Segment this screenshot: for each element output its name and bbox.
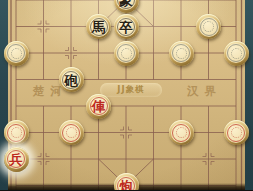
piece-red-chariot[interactable]: 俥 [86,94,111,119]
piece-black-horse[interactable]: 馬 [86,14,111,39]
piece-red-soldier[interactable]: 兵 [4,147,29,172]
piece-face [116,43,136,63]
piece-face [171,43,191,63]
piece-red-cannon[interactable]: 炮 [114,173,139,190]
piece-black-hidden[interactable] [169,41,194,66]
piece-character: 炮 [119,179,133,190]
piece-face: 俥 [89,96,109,116]
xiangqi-board-screen: 楚河 汉界 JJ象棋 象馬卒砲俥兵炮 [0,0,253,190]
piece-face: 炮 [116,176,136,191]
piece-character: 卒 [119,20,133,34]
app-watermark-pill: JJ象棋 [100,83,162,97]
piece-face [226,43,246,63]
piece-face: 兵 [6,149,26,169]
piece-character: 兵 [9,153,23,167]
right-letterbox-bar [245,0,253,190]
piece-face [199,17,219,37]
piece-face: 象 [116,0,136,10]
piece-black-cannon[interactable]: 砲 [59,67,84,92]
piece-face [6,123,26,143]
piece-red-hidden[interactable] [224,120,249,145]
piece-red-hidden[interactable] [169,120,194,145]
piece-face [171,123,191,143]
piece-face [226,123,246,143]
piece-character: 俥 [92,100,106,114]
piece-character: 馬 [92,20,106,34]
app-watermark-text: JJ象棋 [117,84,144,96]
piece-character: 象 [119,0,133,7]
piece-character: 砲 [64,73,78,87]
piece-black-hidden[interactable] [196,14,221,39]
river-label-hanjie: 汉界 [186,84,222,98]
piece-red-hidden[interactable] [4,120,29,145]
piece-black-soldier[interactable]: 卒 [114,14,139,39]
piece-face: 砲 [61,70,81,90]
piece-black-hidden[interactable] [224,41,249,66]
piece-face: 卒 [116,17,136,37]
piece-black-hidden[interactable] [4,41,29,66]
piece-face: 馬 [89,17,109,37]
piece-black-hidden[interactable] [114,41,139,66]
piece-red-hidden[interactable] [59,120,84,145]
piece-face [61,123,81,143]
piece-face [6,43,26,63]
